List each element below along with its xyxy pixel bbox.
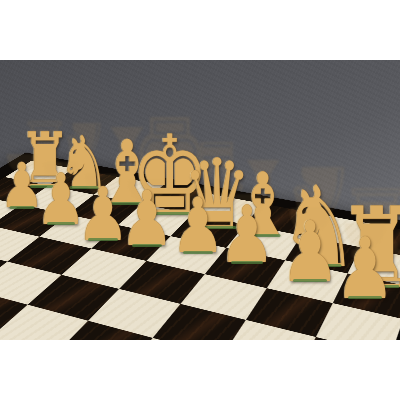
felt-base-h2 <box>10 206 35 209</box>
chess-set-photo: ♜♜♞♞♝♝♚♚♛♛♝♝♞♞♜♜♟♟♟♟♟♟♟♟♟♟♟♟♟♟♟♟ <box>0 60 400 340</box>
felt-base-b2 <box>293 279 327 282</box>
felt-base-a2 <box>348 296 382 299</box>
felt-base-d2 <box>183 251 213 254</box>
felt-base-e2 <box>132 244 162 247</box>
felt-base-f2 <box>88 238 118 241</box>
pieces-layer: ♜♜♞♞♝♝♚♚♛♛♝♝♞♞♜♜♟♟♟♟♟♟♟♟♟♟♟♟♟♟♟♟ <box>0 60 400 340</box>
product-photo-frame: ♜♜♞♞♝♝♚♚♛♛♝♝♞♞♜♜♟♟♟♟♟♟♟♟♟♟♟♟♟♟♟♟ <box>0 0 400 400</box>
felt-base-c2 <box>231 261 263 264</box>
felt-base-g2 <box>47 222 75 225</box>
